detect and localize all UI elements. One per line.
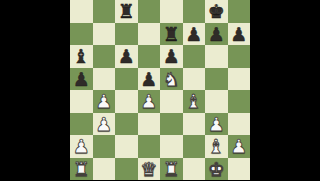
piece-white-knight: ♞ [163, 68, 180, 91]
square-c5[interactable] [115, 68, 138, 91]
square-d5[interactable]: ♟ [138, 68, 161, 91]
chess-board: ♜♚♜♟♟♟♝♟♟♟♟♞♟♟♝♟♟♟♝♟♜♛♜♚ [70, 0, 250, 180]
square-g4[interactable] [205, 90, 228, 113]
piece-white-pawn: ♟ [230, 135, 247, 158]
square-a5[interactable]: ♟ [70, 68, 93, 91]
square-h6[interactable] [228, 45, 251, 68]
square-f2[interactable] [183, 135, 206, 158]
piece-black-pawn: ♟ [118, 45, 135, 68]
square-f7[interactable]: ♟ [183, 23, 206, 46]
piece-black-pawn: ♟ [140, 68, 157, 91]
piece-white-queen: ♛ [140, 158, 157, 181]
square-a2[interactable]: ♟ [70, 135, 93, 158]
square-d2[interactable] [138, 135, 161, 158]
square-h3[interactable] [228, 113, 251, 136]
square-e1[interactable]: ♜ [160, 158, 183, 181]
square-e3[interactable] [160, 113, 183, 136]
square-b3[interactable]: ♟ [93, 113, 116, 136]
square-f5[interactable] [183, 68, 206, 91]
square-h5[interactable] [228, 68, 251, 91]
piece-black-pawn: ♟ [230, 23, 247, 46]
square-e5[interactable]: ♞ [160, 68, 183, 91]
square-g6[interactable] [205, 45, 228, 68]
piece-black-king: ♚ [208, 0, 225, 23]
square-g7[interactable]: ♟ [205, 23, 228, 46]
square-a8[interactable] [70, 0, 93, 23]
square-a6[interactable]: ♝ [70, 45, 93, 68]
square-d1[interactable]: ♛ [138, 158, 161, 181]
square-d7[interactable] [138, 23, 161, 46]
square-h4[interactable] [228, 90, 251, 113]
square-e2[interactable] [160, 135, 183, 158]
square-h1[interactable] [228, 158, 251, 181]
square-b5[interactable] [93, 68, 116, 91]
square-e6[interactable]: ♟ [160, 45, 183, 68]
square-e8[interactable] [160, 0, 183, 23]
square-c3[interactable] [115, 113, 138, 136]
square-f8[interactable] [183, 0, 206, 23]
letterbox-left [0, 0, 70, 180]
piece-white-pawn: ♟ [140, 90, 157, 113]
piece-white-rook: ♜ [163, 158, 180, 181]
square-b6[interactable] [93, 45, 116, 68]
square-f1[interactable] [183, 158, 206, 181]
square-d4[interactable]: ♟ [138, 90, 161, 113]
piece-white-rook: ♜ [73, 158, 90, 181]
square-c7[interactable] [115, 23, 138, 46]
piece-black-pawn: ♟ [73, 68, 90, 91]
square-g1[interactable]: ♚ [205, 158, 228, 181]
square-f4[interactable]: ♝ [183, 90, 206, 113]
piece-white-bishop: ♝ [208, 135, 225, 158]
square-a3[interactable] [70, 113, 93, 136]
square-e7[interactable]: ♜ [160, 23, 183, 46]
square-b2[interactable] [93, 135, 116, 158]
piece-black-rook: ♜ [118, 0, 135, 23]
square-c2[interactable] [115, 135, 138, 158]
square-a1[interactable]: ♜ [70, 158, 93, 181]
square-g5[interactable] [205, 68, 228, 91]
piece-black-bishop: ♝ [73, 45, 90, 68]
square-b4[interactable]: ♟ [93, 90, 116, 113]
square-g3[interactable]: ♟ [205, 113, 228, 136]
square-c8[interactable]: ♜ [115, 0, 138, 23]
square-b1[interactable] [93, 158, 116, 181]
piece-black-pawn: ♟ [208, 23, 225, 46]
piece-black-pawn: ♟ [163, 45, 180, 68]
square-g2[interactable]: ♝ [205, 135, 228, 158]
square-e4[interactable] [160, 90, 183, 113]
piece-black-rook: ♜ [163, 23, 180, 46]
square-c1[interactable] [115, 158, 138, 181]
square-f6[interactable] [183, 45, 206, 68]
piece-white-pawn: ♟ [95, 90, 112, 113]
square-c6[interactable]: ♟ [115, 45, 138, 68]
square-h2[interactable]: ♟ [228, 135, 251, 158]
square-b8[interactable] [93, 0, 116, 23]
piece-white-bishop: ♝ [185, 90, 202, 113]
square-b7[interactable] [93, 23, 116, 46]
letterbox-right [250, 0, 320, 180]
square-d8[interactable] [138, 0, 161, 23]
square-d3[interactable] [138, 113, 161, 136]
piece-white-pawn: ♟ [95, 113, 112, 136]
square-h7[interactable]: ♟ [228, 23, 251, 46]
square-h8[interactable] [228, 0, 251, 23]
square-c4[interactable] [115, 90, 138, 113]
square-a7[interactable] [70, 23, 93, 46]
square-a4[interactable] [70, 90, 93, 113]
square-g8[interactable]: ♚ [205, 0, 228, 23]
square-d6[interactable] [138, 45, 161, 68]
piece-white-pawn: ♟ [73, 135, 90, 158]
piece-black-pawn: ♟ [185, 23, 202, 46]
piece-white-king: ♚ [208, 158, 225, 181]
piece-white-pawn: ♟ [208, 113, 225, 136]
square-f3[interactable] [183, 113, 206, 136]
